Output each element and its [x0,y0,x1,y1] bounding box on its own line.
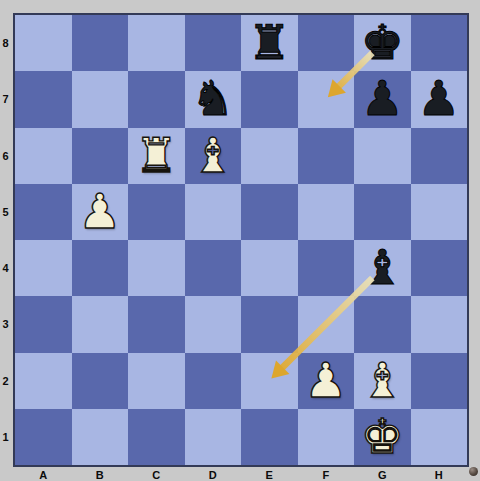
square-g2[interactable]: ♝ [354,353,411,409]
file-label-c: C [146,469,166,481]
square-g4[interactable]: ♝ [354,240,411,296]
file-label-f: F [316,469,336,481]
square-c7[interactable] [128,71,185,127]
square-h7[interactable]: ♟ [411,71,468,127]
square-d4[interactable] [185,240,242,296]
square-f5[interactable] [298,184,355,240]
square-h4[interactable] [411,240,468,296]
square-a7[interactable] [15,71,72,127]
square-e7[interactable] [241,71,298,127]
square-f1[interactable] [298,409,355,465]
file-label-h: H [429,469,449,481]
rank-label-1: 1 [0,431,11,443]
square-f3[interactable] [298,296,355,352]
square-b2[interactable] [72,353,129,409]
square-e2[interactable] [241,353,298,409]
square-c2[interactable] [128,353,185,409]
square-c8[interactable] [128,15,185,71]
board-grid: ♜♚♞♟♟♜♝♟♝♟♝♚ [15,15,467,465]
chess-board: ♜♚♞♟♟♜♝♟♝♟♝♚ [13,13,469,467]
square-a8[interactable] [15,15,72,71]
white-pawn[interactable]: ♟ [78,187,121,235]
white-pawn[interactable]: ♟ [304,356,347,404]
square-d1[interactable] [185,409,242,465]
square-d8[interactable] [185,15,242,71]
square-c5[interactable] [128,184,185,240]
square-g8[interactable]: ♚ [354,15,411,71]
square-e4[interactable] [241,240,298,296]
black-knight[interactable]: ♞ [191,74,234,122]
square-g3[interactable] [354,296,411,352]
square-g6[interactable] [354,128,411,184]
square-h5[interactable] [411,184,468,240]
rank-label-2: 2 [0,375,11,387]
white-rook[interactable]: ♜ [135,131,178,179]
square-e5[interactable] [241,184,298,240]
file-label-d: D [203,469,223,481]
black-bishop[interactable]: ♝ [361,243,404,291]
square-a4[interactable] [15,240,72,296]
black-pawn[interactable]: ♟ [417,74,460,122]
square-h1[interactable] [411,409,468,465]
square-d2[interactable] [185,353,242,409]
square-h6[interactable] [411,128,468,184]
square-a3[interactable] [15,296,72,352]
white-bishop[interactable]: ♝ [191,131,234,179]
file-label-b: B [90,469,110,481]
square-h3[interactable] [411,296,468,352]
square-c1[interactable] [128,409,185,465]
square-d3[interactable] [185,296,242,352]
square-h8[interactable] [411,15,468,71]
square-f6[interactable] [298,128,355,184]
square-d6[interactable]: ♝ [185,128,242,184]
square-h2[interactable] [411,353,468,409]
square-g5[interactable] [354,184,411,240]
square-a6[interactable] [15,128,72,184]
black-rook[interactable]: ♜ [248,18,291,66]
square-a2[interactable] [15,353,72,409]
square-b6[interactable] [72,128,129,184]
square-e6[interactable] [241,128,298,184]
rank-label-6: 6 [0,150,11,162]
square-f4[interactable] [298,240,355,296]
square-a5[interactable] [15,184,72,240]
square-a1[interactable] [15,409,72,465]
rank-label-7: 7 [0,93,11,105]
square-f2[interactable]: ♟ [298,353,355,409]
square-c3[interactable] [128,296,185,352]
square-e1[interactable] [241,409,298,465]
square-b3[interactable] [72,296,129,352]
file-label-e: E [259,469,279,481]
square-d5[interactable] [185,184,242,240]
square-b5[interactable]: ♟ [72,184,129,240]
rank-label-3: 3 [0,318,11,330]
square-f8[interactable] [298,15,355,71]
square-g7[interactable]: ♟ [354,71,411,127]
rank-label-8: 8 [0,37,11,49]
rank-label-4: 4 [0,262,11,274]
rank-label-5: 5 [0,206,11,218]
square-f7[interactable] [298,71,355,127]
black-king[interactable]: ♚ [361,18,404,66]
white-bishop[interactable]: ♝ [361,356,404,404]
square-g1[interactable]: ♚ [354,409,411,465]
file-label-g: G [372,469,392,481]
square-e3[interactable] [241,296,298,352]
corner-sphere-icon [469,467,478,476]
black-pawn[interactable]: ♟ [361,74,404,122]
square-b8[interactable] [72,15,129,71]
square-b4[interactable] [72,240,129,296]
square-b1[interactable] [72,409,129,465]
square-c6[interactable]: ♜ [128,128,185,184]
square-b7[interactable] [72,71,129,127]
square-d7[interactable]: ♞ [185,71,242,127]
square-c4[interactable] [128,240,185,296]
white-king[interactable]: ♚ [361,412,404,460]
square-e8[interactable]: ♜ [241,15,298,71]
file-label-a: A [33,469,53,481]
